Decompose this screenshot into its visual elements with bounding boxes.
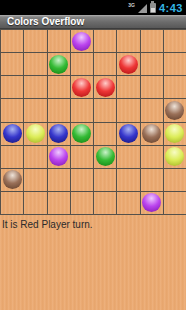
green-ball[interactable] bbox=[49, 55, 68, 74]
cell-r4c4[interactable] bbox=[94, 123, 116, 145]
cell-r1c7[interactable] bbox=[164, 53, 186, 75]
blue-ball[interactable] bbox=[49, 124, 68, 143]
cell-r1c6[interactable] bbox=[141, 53, 163, 75]
brown-ball[interactable] bbox=[165, 101, 184, 120]
cell-r7c5[interactable] bbox=[117, 192, 139, 214]
battery-icon bbox=[150, 3, 156, 13]
app-title: Colors Overflow bbox=[7, 16, 84, 27]
red-ball[interactable] bbox=[119, 55, 138, 74]
blue-ball[interactable] bbox=[119, 124, 138, 143]
turn-status-text: It is Red Player turn. bbox=[0, 215, 186, 230]
violet-ball[interactable] bbox=[142, 193, 161, 212]
cell-r1c2[interactable] bbox=[48, 53, 70, 75]
cell-r3c0[interactable] bbox=[1, 99, 23, 121]
cell-r3c3[interactable] bbox=[71, 99, 93, 121]
cell-r6c4[interactable] bbox=[94, 169, 116, 191]
cell-r4c2[interactable] bbox=[48, 123, 70, 145]
cell-r5c0[interactable] bbox=[1, 146, 23, 168]
cell-r2c0[interactable] bbox=[1, 76, 23, 98]
cell-r6c2[interactable] bbox=[48, 169, 70, 191]
battery-nub bbox=[151, 1, 154, 3]
cell-r5c2[interactable] bbox=[48, 146, 70, 168]
cell-r6c3[interactable] bbox=[71, 169, 93, 191]
battery-level bbox=[151, 8, 155, 12]
cell-r3c2[interactable] bbox=[48, 99, 70, 121]
signal-strength-icon bbox=[138, 4, 147, 13]
cell-r3c6[interactable] bbox=[141, 99, 163, 121]
cell-r7c6[interactable] bbox=[141, 192, 163, 214]
cell-r4c6[interactable] bbox=[141, 123, 163, 145]
cell-r0c5[interactable] bbox=[117, 30, 139, 52]
cell-r0c4[interactable] bbox=[94, 30, 116, 52]
cell-r3c4[interactable] bbox=[94, 99, 116, 121]
status-time: 4:43 bbox=[159, 2, 183, 14]
cell-r5c7[interactable] bbox=[164, 146, 186, 168]
cell-r0c1[interactable] bbox=[24, 30, 46, 52]
cell-r1c4[interactable] bbox=[94, 53, 116, 75]
cell-r2c6[interactable] bbox=[141, 76, 163, 98]
cell-r0c3[interactable] bbox=[71, 30, 93, 52]
cell-r1c1[interactable] bbox=[24, 53, 46, 75]
cell-r1c3[interactable] bbox=[71, 53, 93, 75]
cell-r2c5[interactable] bbox=[117, 76, 139, 98]
status-bar: 3G 4:43 bbox=[0, 0, 186, 15]
cell-r6c0[interactable] bbox=[1, 169, 23, 191]
title-bar: Colors Overflow bbox=[0, 15, 186, 29]
yellow-ball[interactable] bbox=[165, 124, 184, 143]
cell-r5c3[interactable] bbox=[71, 146, 93, 168]
cell-r4c0[interactable] bbox=[1, 123, 23, 145]
green-ball[interactable] bbox=[96, 147, 115, 166]
cell-r0c2[interactable] bbox=[48, 30, 70, 52]
cell-r7c4[interactable] bbox=[94, 192, 116, 214]
violet-ball[interactable] bbox=[49, 147, 68, 166]
brown-ball[interactable] bbox=[3, 170, 22, 189]
cell-r6c1[interactable] bbox=[24, 169, 46, 191]
app-window: 3G 4:43 Colors Overflow It is Red Player… bbox=[0, 0, 186, 310]
cell-r6c6[interactable] bbox=[141, 169, 163, 191]
brown-ball[interactable] bbox=[142, 124, 161, 143]
red-ball[interactable] bbox=[96, 78, 115, 97]
cell-r6c5[interactable] bbox=[117, 169, 139, 191]
cell-r7c1[interactable] bbox=[24, 192, 46, 214]
violet-ball[interactable] bbox=[72, 32, 91, 51]
cell-r7c3[interactable] bbox=[71, 192, 93, 214]
cell-r7c7[interactable] bbox=[164, 192, 186, 214]
cell-r4c3[interactable] bbox=[71, 123, 93, 145]
cell-r1c5[interactable] bbox=[117, 53, 139, 75]
cell-r7c0[interactable] bbox=[1, 192, 23, 214]
cell-r3c7[interactable] bbox=[164, 99, 186, 121]
cell-r1c0[interactable] bbox=[1, 53, 23, 75]
cell-r6c7[interactable] bbox=[164, 169, 186, 191]
cell-r5c4[interactable] bbox=[94, 146, 116, 168]
cell-r2c7[interactable] bbox=[164, 76, 186, 98]
red-ball[interactable] bbox=[72, 78, 91, 97]
cell-r0c7[interactable] bbox=[164, 30, 186, 52]
cell-r5c1[interactable] bbox=[24, 146, 46, 168]
cell-r2c3[interactable] bbox=[71, 76, 93, 98]
cell-r0c0[interactable] bbox=[1, 30, 23, 52]
cell-r2c2[interactable] bbox=[48, 76, 70, 98]
board[interactable] bbox=[0, 29, 186, 215]
cell-r4c1[interactable] bbox=[24, 123, 46, 145]
yellow-ball[interactable] bbox=[165, 147, 184, 166]
cell-r3c1[interactable] bbox=[24, 99, 46, 121]
cell-r3c5[interactable] bbox=[117, 99, 139, 121]
green-ball[interactable] bbox=[72, 124, 91, 143]
cell-r4c7[interactable] bbox=[164, 123, 186, 145]
cell-r4c5[interactable] bbox=[117, 123, 139, 145]
cell-r5c5[interactable] bbox=[117, 146, 139, 168]
cell-r5c6[interactable] bbox=[141, 146, 163, 168]
cell-r0c6[interactable] bbox=[141, 30, 163, 52]
cell-r2c1[interactable] bbox=[24, 76, 46, 98]
cell-r7c2[interactable] bbox=[48, 192, 70, 214]
network-3g-label: 3G bbox=[128, 2, 135, 8]
blue-ball[interactable] bbox=[3, 124, 22, 143]
cell-r2c4[interactable] bbox=[94, 76, 116, 98]
yellow-ball[interactable] bbox=[26, 124, 45, 143]
